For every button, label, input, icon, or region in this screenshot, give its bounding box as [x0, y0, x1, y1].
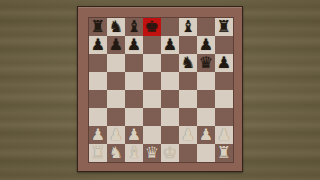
square-c2[interactable]: ♟: [125, 126, 143, 144]
square-h2[interactable]: ♟: [215, 126, 233, 144]
square-e4[interactable]: [161, 90, 179, 108]
square-f6[interactable]: ♞: [179, 54, 197, 72]
piece-white-rook[interactable]: ♜: [217, 144, 231, 162]
piece-black-pawn[interactable]: ♟: [199, 36, 213, 54]
square-h7[interactable]: [215, 36, 233, 54]
piece-black-pawn[interactable]: ♟: [127, 36, 141, 54]
square-c1[interactable]: ♝: [125, 144, 143, 162]
square-a8[interactable]: ♜: [89, 18, 107, 36]
square-d8[interactable]: ♚: [143, 18, 161, 36]
square-d1[interactable]: ♛: [143, 144, 161, 162]
piece-white-knight[interactable]: ♞: [109, 144, 123, 162]
square-e3[interactable]: [161, 108, 179, 126]
square-g8[interactable]: [197, 18, 215, 36]
square-a2[interactable]: ♟: [89, 126, 107, 144]
square-d2[interactable]: [143, 126, 161, 144]
square-h3[interactable]: [215, 108, 233, 126]
square-a3[interactable]: [89, 108, 107, 126]
square-b7[interactable]: ♟: [107, 36, 125, 54]
square-b8[interactable]: ♞: [107, 18, 125, 36]
square-a6[interactable]: [89, 54, 107, 72]
square-c6[interactable]: [125, 54, 143, 72]
square-d7[interactable]: [143, 36, 161, 54]
square-g1[interactable]: [197, 144, 215, 162]
piece-black-knight[interactable]: ♞: [181, 54, 195, 72]
piece-black-pawn[interactable]: ♟: [163, 36, 177, 54]
square-a5[interactable]: [89, 72, 107, 90]
square-f3[interactable]: [179, 108, 197, 126]
square-g3[interactable]: [197, 108, 215, 126]
square-f1[interactable]: [179, 144, 197, 162]
piece-black-pawn[interactable]: ♟: [109, 36, 123, 54]
square-c3[interactable]: [125, 108, 143, 126]
square-f8[interactable]: ♝: [179, 18, 197, 36]
piece-black-pawn[interactable]: ♟: [217, 54, 231, 72]
square-c7[interactable]: ♟: [125, 36, 143, 54]
square-g5[interactable]: [197, 72, 215, 90]
square-g4[interactable]: [197, 90, 215, 108]
square-e7[interactable]: ♟: [161, 36, 179, 54]
square-g2[interactable]: ♟: [197, 126, 215, 144]
piece-white-pawn[interactable]: ♟: [199, 126, 213, 144]
square-e2[interactable]: [161, 126, 179, 144]
square-h1[interactable]: ♜: [215, 144, 233, 162]
square-d6[interactable]: [143, 54, 161, 72]
piece-white-pawn[interactable]: ♟: [127, 126, 141, 144]
piece-black-bishop[interactable]: ♝: [181, 18, 195, 36]
square-c8[interactable]: ♝: [125, 18, 143, 36]
square-d5[interactable]: [143, 72, 161, 90]
piece-black-knight[interactable]: ♞: [109, 18, 123, 36]
square-f7[interactable]: [179, 36, 197, 54]
square-b4[interactable]: [107, 90, 125, 108]
piece-black-rook[interactable]: ♜: [217, 18, 231, 36]
piece-white-rook[interactable]: ♜: [91, 144, 105, 162]
piece-white-pawn[interactable]: ♟: [91, 126, 105, 144]
square-b5[interactable]: [107, 72, 125, 90]
square-g6[interactable]: ♛: [197, 54, 215, 72]
chess-board: ♜♞♝♚♝♜♟♟♟♟♟♞♛♟♟♟♟♟♟♟♜♞♝♛♚♜: [88, 17, 234, 163]
piece-black-queen[interactable]: ♛: [199, 54, 213, 72]
piece-white-pawn[interactable]: ♟: [181, 126, 195, 144]
square-b1[interactable]: ♞: [107, 144, 125, 162]
square-a1[interactable]: ♜: [89, 144, 107, 162]
wood-table-background: ♜♞♝♚♝♜♟♟♟♟♟♞♛♟♟♟♟♟♟♟♜♞♝♛♚♜: [0, 0, 320, 180]
square-a4[interactable]: [89, 90, 107, 108]
square-h5[interactable]: [215, 72, 233, 90]
square-f4[interactable]: [179, 90, 197, 108]
piece-black-king[interactable]: ♚: [145, 18, 159, 36]
square-d4[interactable]: [143, 90, 161, 108]
square-b2[interactable]: ♟: [107, 126, 125, 144]
piece-white-king[interactable]: ♚: [163, 144, 177, 162]
piece-white-pawn[interactable]: ♟: [109, 126, 123, 144]
square-b3[interactable]: [107, 108, 125, 126]
chess-board-frame: ♜♞♝♚♝♜♟♟♟♟♟♞♛♟♟♟♟♟♟♟♜♞♝♛♚♜: [77, 6, 243, 172]
square-d3[interactable]: [143, 108, 161, 126]
square-c5[interactable]: [125, 72, 143, 90]
piece-white-pawn[interactable]: ♟: [217, 126, 231, 144]
piece-white-bishop[interactable]: ♝: [127, 144, 141, 162]
piece-white-queen[interactable]: ♛: [145, 144, 159, 162]
square-e8[interactable]: [161, 18, 179, 36]
piece-black-pawn[interactable]: ♟: [91, 36, 105, 54]
piece-black-rook[interactable]: ♜: [91, 18, 105, 36]
piece-black-bishop[interactable]: ♝: [127, 18, 141, 36]
square-f2[interactable]: ♟: [179, 126, 197, 144]
square-f5[interactable]: [179, 72, 197, 90]
square-e5[interactable]: [161, 72, 179, 90]
square-h6[interactable]: ♟: [215, 54, 233, 72]
square-h8[interactable]: ♜: [215, 18, 233, 36]
square-c4[interactable]: [125, 90, 143, 108]
square-b6[interactable]: [107, 54, 125, 72]
square-a7[interactable]: ♟: [89, 36, 107, 54]
square-e1[interactable]: ♚: [161, 144, 179, 162]
square-g7[interactable]: ♟: [197, 36, 215, 54]
square-e6[interactable]: [161, 54, 179, 72]
square-h4[interactable]: [215, 90, 233, 108]
